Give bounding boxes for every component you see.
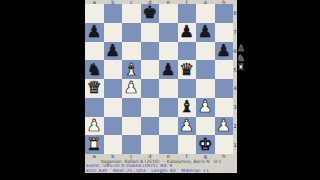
piece-white-pawn: ♟	[85, 117, 104, 136]
square-h2: ♟	[215, 117, 234, 136]
square-b3	[104, 98, 123, 117]
square-h1	[215, 135, 234, 154]
square-b8	[104, 4, 123, 23]
square-h5	[215, 60, 234, 79]
square-h3	[215, 98, 234, 117]
piece-white-bishop: ♝	[122, 60, 141, 79]
piece-black-knight: ♞	[85, 60, 104, 79]
square-d3	[141, 98, 160, 117]
square-d2	[141, 117, 160, 136]
square-g4	[196, 79, 215, 98]
square-g5	[196, 60, 215, 79]
piece-black-king: ♚	[141, 4, 160, 23]
square-g8	[196, 4, 215, 23]
rank-label-7: 7	[233, 23, 237, 42]
square-h4	[215, 79, 234, 98]
square-f2: ♟	[178, 117, 197, 136]
square-c6	[122, 42, 141, 61]
square-d5	[141, 60, 160, 79]
square-a3	[85, 98, 104, 117]
piece-white-pawn: ♟	[178, 117, 197, 136]
square-a8	[85, 4, 104, 23]
square-h6: ♟	[215, 42, 234, 61]
square-f3: ♝	[178, 98, 197, 117]
square-c7	[122, 23, 141, 42]
square-f1	[178, 135, 197, 154]
piece-black-bishop: ♝	[178, 98, 197, 117]
chess-panel: abcdefgh ♚♟♟♟♟♟♞♝♟♛♛♟♝♟♟♟♟♜♚ 87654321 ab…	[85, 0, 237, 173]
square-e5: ♟	[159, 60, 178, 79]
square-g7: ♟	[196, 23, 215, 42]
square-e3	[159, 98, 178, 117]
square-f8	[178, 4, 197, 23]
square-d1	[141, 135, 160, 154]
square-h8	[215, 4, 234, 23]
square-f7: ♟	[178, 23, 197, 42]
square-c5: ♝	[122, 60, 141, 79]
rank-labels-right: 87654321	[233, 4, 237, 154]
piece-white-pawn: ♟	[196, 98, 215, 117]
square-d4	[141, 79, 160, 98]
rank-label-1: 1	[233, 135, 237, 154]
square-b4	[104, 79, 123, 98]
square-b5	[104, 60, 123, 79]
rank-label-3: 3	[233, 98, 237, 117]
chess-board: ♚♟♟♟♟♟♞♝♟♛♛♟♝♟♟♟♟♜♚	[85, 4, 233, 154]
square-c8	[122, 4, 141, 23]
square-a1: ♜	[85, 135, 104, 154]
square-c1	[122, 135, 141, 154]
square-e8	[159, 4, 178, 23]
piece-black-pawn: ♟	[215, 42, 234, 61]
square-a7: ♟	[85, 23, 104, 42]
piece-white-pawn: ♟	[215, 117, 234, 136]
square-e2	[159, 117, 178, 136]
square-a2: ♟	[85, 117, 104, 136]
square-e4	[159, 79, 178, 98]
piece-black-queen: ♛	[178, 60, 197, 79]
square-g3: ♟	[196, 98, 215, 117]
square-f4	[178, 79, 197, 98]
square-g2	[196, 117, 215, 136]
square-a5: ♞	[85, 60, 104, 79]
square-d6	[141, 42, 160, 61]
piece-black-pawn: ♟	[178, 23, 197, 42]
square-g6	[196, 42, 215, 61]
square-b7	[104, 23, 123, 42]
piece-black-pawn: ♟	[104, 42, 123, 61]
rank-label-4: 4	[233, 79, 237, 98]
game-caption: Vaganian, Rafael A (2510) - Katalymov, B…	[85, 159, 237, 173]
square-c2	[122, 117, 141, 136]
square-h7	[215, 23, 234, 42]
square-c3	[122, 98, 141, 117]
square-b6: ♟	[104, 42, 123, 61]
square-d8: ♚	[141, 4, 160, 23]
square-g1: ♚	[196, 135, 215, 154]
video-frame: abcdefgh ♚♟♟♟♟♟♞♝♟♛♛♟♝♟♟♟♟♜♚ 87654321 ab…	[0, 0, 320, 180]
stats-line: ECO: A30 Next: 25...Qh3 Length: 40 Mater…	[85, 169, 237, 174]
square-f5: ♛	[178, 60, 197, 79]
piece-black-pawn: ♟	[196, 23, 215, 42]
square-c4: ♟	[122, 79, 141, 98]
white-rook-icon: ♜	[237, 63, 246, 73]
square-e7	[159, 23, 178, 42]
square-d7	[141, 23, 160, 42]
square-b1	[104, 135, 123, 154]
rank-label-2: 2	[233, 117, 237, 136]
piece-white-pawn: ♟	[122, 79, 141, 98]
piece-white-rook: ♜	[85, 135, 104, 154]
piece-black-pawn: ♟	[159, 60, 178, 79]
square-e1	[159, 135, 178, 154]
square-b2	[104, 117, 123, 136]
square-a4: ♛	[85, 79, 104, 98]
rank-label-8: 8	[233, 4, 237, 23]
material-tray: ♟♞♜	[237, 44, 246, 73]
square-a6	[85, 42, 104, 61]
square-f6	[178, 42, 197, 61]
piece-white-queen: ♛	[85, 79, 104, 98]
piece-black-pawn: ♟	[85, 23, 104, 42]
piece-white-king: ♚	[196, 135, 215, 154]
square-e6	[159, 42, 178, 61]
